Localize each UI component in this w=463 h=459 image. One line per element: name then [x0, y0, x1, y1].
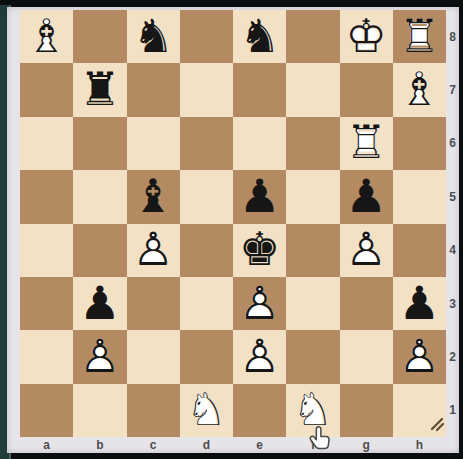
white-knight-outline-glyph: ♘ [180, 383, 233, 436]
black-knight-glyph: ♞ [127, 9, 180, 62]
white-bishop-outline-glyph: ♗ [393, 62, 446, 115]
square-d5[interactable] [180, 170, 233, 223]
rank-label-8: 8 [446, 10, 459, 63]
square-b3[interactable]: ♟ [73, 277, 126, 330]
white-pawn[interactable]: ♟♙ [73, 330, 126, 383]
white-pawn[interactable]: ♟♙ [393, 330, 446, 383]
square-d2[interactable] [180, 330, 233, 383]
square-e5[interactable]: ♟ [233, 170, 286, 223]
square-d8[interactable] [180, 10, 233, 63]
square-d7[interactable] [180, 63, 233, 116]
black-rook[interactable]: ♜ [73, 63, 126, 116]
white-rook[interactable]: ♜♖ [340, 117, 393, 170]
square-g5[interactable]: ♟ [340, 170, 393, 223]
square-c8[interactable]: ♞ [127, 10, 180, 63]
file-label-c: c [127, 437, 180, 453]
app-window: ♝♗♞♞♚♔♜♖♜♝♗♜♖♝♟♟♟♙♚♟♙♟♟♙♟♟♙♟♙♟♙♞♘♞♘ 8765… [0, 0, 463, 459]
white-rook-glyph: ♜ [340, 116, 393, 169]
square-f2[interactable] [286, 330, 339, 383]
square-c4[interactable]: ♟♙ [127, 224, 180, 277]
square-c5[interactable]: ♝ [127, 170, 180, 223]
white-pawn-glyph: ♟ [233, 276, 286, 329]
square-c1[interactable] [127, 384, 180, 437]
square-h5[interactable] [393, 170, 446, 223]
black-pawn-glyph: ♟ [340, 169, 393, 222]
rank-labels: 87654321 [446, 10, 459, 437]
square-b7[interactable]: ♜ [73, 63, 126, 116]
white-pawn-glyph: ♟ [393, 329, 446, 382]
white-pawn-outline-glyph: ♙ [73, 329, 126, 382]
black-king-glyph: ♚ [233, 223, 286, 276]
square-a6[interactable] [20, 117, 73, 170]
square-g6[interactable]: ♜♖ [340, 117, 393, 170]
file-label-h: h [393, 437, 446, 453]
white-pawn-glyph: ♟ [73, 329, 126, 382]
white-pawn-glyph: ♟ [127, 223, 180, 276]
rank-label-4: 4 [446, 224, 459, 277]
square-a1[interactable] [20, 384, 73, 437]
rank-label-7: 7 [446, 63, 459, 116]
square-h4[interactable] [393, 224, 446, 277]
white-pawn-outline-glyph: ♙ [233, 329, 286, 382]
rank-label-1: 1 [446, 384, 459, 437]
white-king[interactable]: ♚♔ [340, 10, 393, 63]
rank-label-6: 6 [446, 117, 459, 170]
black-pawn[interactable]: ♟ [393, 277, 446, 330]
file-label-g: g [340, 437, 393, 453]
square-e1[interactable] [233, 384, 286, 437]
square-h3[interactable]: ♟ [393, 277, 446, 330]
square-d3[interactable] [180, 277, 233, 330]
black-pawn-glyph: ♟ [233, 169, 286, 222]
square-h2[interactable]: ♟♙ [393, 330, 446, 383]
square-h7[interactable]: ♝♗ [393, 63, 446, 116]
file-label-a: a [20, 437, 73, 453]
square-b8[interactable] [73, 10, 126, 63]
square-f8[interactable] [286, 10, 339, 63]
square-g3[interactable] [340, 277, 393, 330]
resize-handle-icon[interactable] [428, 415, 446, 433]
square-g2[interactable] [340, 330, 393, 383]
square-g7[interactable] [340, 63, 393, 116]
white-bishop-outline-glyph: ♗ [20, 9, 73, 62]
file-labels: abcdefgh [20, 437, 446, 453]
square-f3[interactable] [286, 277, 339, 330]
black-pawn[interactable]: ♟ [73, 277, 126, 330]
rank-label-2: 2 [446, 330, 459, 383]
white-bishop[interactable]: ♝♗ [20, 10, 73, 63]
square-c7[interactable] [127, 63, 180, 116]
square-g1[interactable] [340, 384, 393, 437]
rank-label-5: 5 [446, 170, 459, 223]
square-e4[interactable]: ♚ [233, 224, 286, 277]
white-pawn[interactable]: ♟♙ [233, 330, 286, 383]
file-label-e: e [233, 437, 286, 453]
square-e8[interactable]: ♞ [233, 10, 286, 63]
white-pawn-outline-glyph: ♙ [127, 223, 180, 276]
white-rook-outline-glyph: ♖ [340, 116, 393, 169]
white-rook[interactable]: ♜♖ [393, 10, 446, 63]
square-h8[interactable]: ♜♖ [393, 10, 446, 63]
white-knight-glyph: ♞ [180, 383, 233, 436]
square-a7[interactable] [20, 63, 73, 116]
black-pawn[interactable]: ♟ [233, 170, 286, 223]
white-pawn-outline-glyph: ♙ [393, 329, 446, 382]
black-knight[interactable]: ♞ [127, 10, 180, 63]
square-b5[interactable] [73, 170, 126, 223]
square-b4[interactable] [73, 224, 126, 277]
square-g8[interactable]: ♚♔ [340, 10, 393, 63]
white-bishop-glyph: ♝ [20, 9, 73, 62]
black-pawn-glyph: ♟ [73, 276, 126, 329]
square-b1[interactable] [73, 384, 126, 437]
chess-board: ♝♗♞♞♚♔♜♖♜♝♗♜♖♝♟♟♟♙♚♟♙♟♟♙♟♟♙♟♙♟♙♞♘♞♘ [20, 10, 446, 437]
square-e3[interactable]: ♟♙ [233, 277, 286, 330]
square-g4[interactable]: ♟♙ [340, 224, 393, 277]
black-knight-glyph: ♞ [233, 9, 286, 62]
black-knight[interactable]: ♞ [233, 10, 286, 63]
square-b6[interactable] [73, 117, 126, 170]
white-knight[interactable]: ♞♘ [180, 384, 233, 437]
black-pawn-glyph: ♟ [393, 276, 446, 329]
file-label-b: b [73, 437, 126, 453]
square-a5[interactable] [20, 170, 73, 223]
square-f5[interactable] [286, 170, 339, 223]
square-b2[interactable]: ♟♙ [73, 330, 126, 383]
white-pawn-outline-glyph: ♙ [233, 276, 286, 329]
white-pawn-outline-glyph: ♙ [340, 223, 393, 276]
white-pawn[interactable]: ♟♙ [340, 224, 393, 277]
square-f7[interactable] [286, 63, 339, 116]
white-king-outline-glyph: ♔ [340, 9, 393, 62]
square-a2[interactable] [20, 330, 73, 383]
square-a4[interactable] [20, 224, 73, 277]
square-h6[interactable] [393, 117, 446, 170]
square-d4[interactable] [180, 224, 233, 277]
black-rook-glyph: ♜ [73, 62, 126, 115]
white-bishop-glyph: ♝ [393, 62, 446, 115]
square-a8[interactable]: ♝♗ [20, 10, 73, 63]
square-e6[interactable] [233, 117, 286, 170]
square-c3[interactable] [127, 277, 180, 330]
white-king-glyph: ♚ [340, 9, 393, 62]
white-pawn[interactable]: ♟♙ [127, 224, 180, 277]
white-pawn-glyph: ♟ [340, 223, 393, 276]
white-pawn[interactable]: ♟♙ [233, 277, 286, 330]
file-label-d: d [180, 437, 233, 453]
square-c6[interactable] [127, 117, 180, 170]
square-e7[interactable] [233, 63, 286, 116]
white-pawn-glyph: ♟ [233, 329, 286, 382]
white-bishop[interactable]: ♝♗ [393, 63, 446, 116]
rank-label-3: 3 [446, 277, 459, 330]
square-d6[interactable] [180, 117, 233, 170]
square-a3[interactable] [20, 277, 73, 330]
white-rook-glyph: ♜ [393, 9, 446, 62]
square-c2[interactable] [127, 330, 180, 383]
square-f4[interactable] [286, 224, 339, 277]
square-d1[interactable]: ♞♘ [180, 384, 233, 437]
black-pawn[interactable]: ♟ [340, 170, 393, 223]
white-rook-outline-glyph: ♖ [393, 9, 446, 62]
black-bishop[interactable]: ♝ [127, 170, 180, 223]
square-f6[interactable] [286, 117, 339, 170]
square-e2[interactable]: ♟♙ [233, 330, 286, 383]
black-bishop-glyph: ♝ [127, 169, 180, 222]
hand-pointer-cursor-icon [307, 425, 334, 456]
black-king[interactable]: ♚ [233, 224, 286, 277]
